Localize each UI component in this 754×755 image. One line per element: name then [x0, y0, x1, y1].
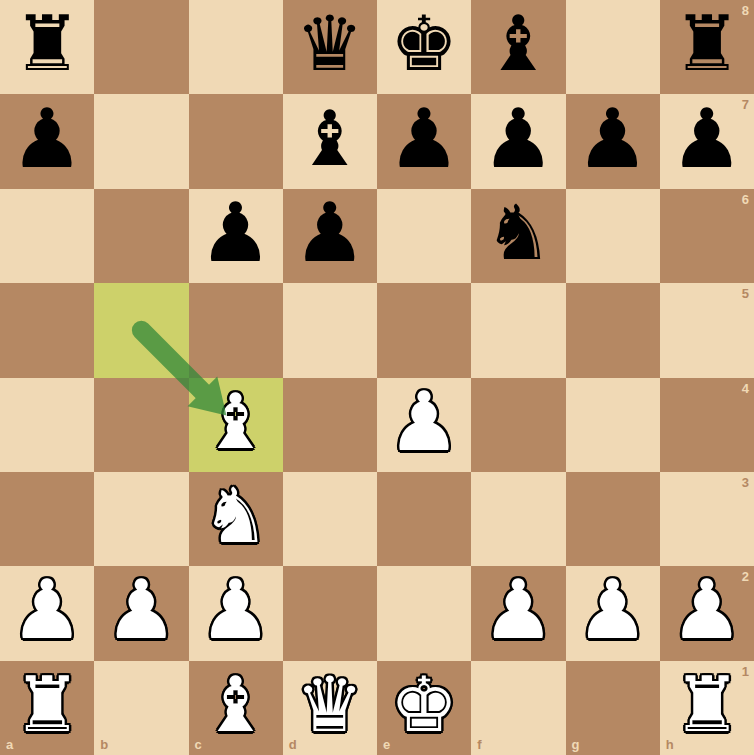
file-label-d: d: [289, 738, 297, 751]
piece-white-knight[interactable]: ♞: [202, 478, 270, 554]
square-d6[interactable]: ♟: [283, 189, 377, 283]
square-a6[interactable]: [0, 189, 94, 283]
square-g3[interactable]: [566, 472, 660, 566]
rank-label-6: 6: [742, 193, 749, 206]
square-c2[interactable]: ♟: [189, 566, 283, 660]
square-c5[interactable]: [189, 283, 283, 377]
square-e6[interactable]: [377, 189, 471, 283]
square-e2[interactable]: [377, 566, 471, 660]
piece-white-pawn[interactable]: ♟: [576, 569, 650, 651]
last-move-highlight-b5: [94, 283, 188, 377]
square-b2[interactable]: ♟: [94, 566, 188, 660]
square-a4[interactable]: [0, 378, 94, 472]
square-d3[interactable]: [283, 472, 377, 566]
piece-black-queen[interactable]: ♛: [296, 6, 364, 82]
piece-white-bishop[interactable]: ♝: [202, 384, 270, 460]
piece-white-pawn[interactable]: ♟: [670, 569, 744, 651]
piece-white-pawn[interactable]: ♟: [10, 569, 84, 651]
square-c8[interactable]: [189, 0, 283, 94]
square-e3[interactable]: [377, 472, 471, 566]
square-f7[interactable]: ♟: [471, 94, 565, 188]
piece-white-rook[interactable]: ♜: [673, 667, 741, 743]
square-b3[interactable]: [94, 472, 188, 566]
square-a7[interactable]: ♟: [0, 94, 94, 188]
piece-white-pawn[interactable]: ♟: [482, 569, 556, 651]
square-c1[interactable]: ♝c: [189, 661, 283, 755]
piece-black-rook[interactable]: ♜: [673, 6, 741, 82]
square-a3[interactable]: [0, 472, 94, 566]
piece-white-queen[interactable]: ♛: [296, 667, 364, 743]
piece-black-bishop[interactable]: ♝: [484, 6, 552, 82]
square-b6[interactable]: [94, 189, 188, 283]
file-label-g: g: [572, 738, 580, 751]
file-label-b: b: [100, 738, 108, 751]
rank-label-4: 4: [742, 382, 749, 395]
square-f5[interactable]: [471, 283, 565, 377]
piece-white-rook[interactable]: ♜: [13, 667, 81, 743]
square-a1[interactable]: ♜a: [0, 661, 94, 755]
square-h4[interactable]: 4: [660, 378, 754, 472]
square-b5[interactable]: [94, 283, 188, 377]
square-d2[interactable]: [283, 566, 377, 660]
piece-black-knight[interactable]: ♞: [484, 195, 552, 271]
piece-black-bishop[interactable]: ♝: [296, 101, 364, 177]
square-a5[interactable]: [0, 283, 94, 377]
rank-label-1: 1: [742, 665, 749, 678]
square-e7[interactable]: ♟: [377, 94, 471, 188]
square-g4[interactable]: [566, 378, 660, 472]
square-g8[interactable]: [566, 0, 660, 94]
square-b4[interactable]: [94, 378, 188, 472]
square-b1[interactable]: b: [94, 661, 188, 755]
square-h8[interactable]: ♜8: [660, 0, 754, 94]
square-c3[interactable]: ♞: [189, 472, 283, 566]
piece-black-pawn[interactable]: ♟: [670, 98, 744, 180]
square-g2[interactable]: ♟: [566, 566, 660, 660]
square-d5[interactable]: [283, 283, 377, 377]
square-f3[interactable]: [471, 472, 565, 566]
square-b7[interactable]: [94, 94, 188, 188]
file-label-c: c: [195, 738, 202, 751]
piece-black-pawn[interactable]: ♟: [199, 192, 273, 274]
chess-board: ♜♛♚♝♜8♟♝♟♟♟♟7♟♟♞65♝♟4♞3♟♟♟♟♟♟2♜ab♝c♛d♚ef…: [0, 0, 754, 755]
square-h5[interactable]: 5: [660, 283, 754, 377]
square-d1[interactable]: ♛d: [283, 661, 377, 755]
square-d8[interactable]: ♛: [283, 0, 377, 94]
square-c4[interactable]: ♝: [189, 378, 283, 472]
square-f6[interactable]: ♞: [471, 189, 565, 283]
square-c7[interactable]: [189, 94, 283, 188]
square-g7[interactable]: ♟: [566, 94, 660, 188]
square-e1[interactable]: ♚e: [377, 661, 471, 755]
square-h7[interactable]: ♟7: [660, 94, 754, 188]
square-h2[interactable]: ♟2: [660, 566, 754, 660]
piece-black-pawn[interactable]: ♟: [576, 98, 650, 180]
square-f8[interactable]: ♝: [471, 0, 565, 94]
square-f1[interactable]: f: [471, 661, 565, 755]
file-label-a: a: [6, 738, 13, 751]
square-e4[interactable]: ♟: [377, 378, 471, 472]
rank-label-3: 3: [742, 476, 749, 489]
piece-white-pawn[interactable]: ♟: [199, 569, 273, 651]
square-a2[interactable]: ♟: [0, 566, 94, 660]
rank-label-5: 5: [742, 287, 749, 300]
square-e8[interactable]: ♚: [377, 0, 471, 94]
piece-black-pawn[interactable]: ♟: [482, 98, 556, 180]
square-g5[interactable]: [566, 283, 660, 377]
piece-white-king[interactable]: ♚: [390, 667, 458, 743]
file-label-f: f: [477, 738, 481, 751]
piece-black-rook[interactable]: ♜: [13, 6, 81, 82]
piece-black-pawn[interactable]: ♟: [293, 192, 367, 274]
rank-label-2: 2: [742, 570, 749, 583]
square-f2[interactable]: ♟: [471, 566, 565, 660]
square-d4[interactable]: [283, 378, 377, 472]
piece-black-pawn[interactable]: ♟: [387, 98, 461, 180]
square-b8[interactable]: [94, 0, 188, 94]
piece-white-pawn[interactable]: ♟: [387, 381, 461, 463]
square-h6[interactable]: 6: [660, 189, 754, 283]
square-h3[interactable]: 3: [660, 472, 754, 566]
rank-label-8: 8: [742, 4, 749, 17]
rank-label-7: 7: [742, 98, 749, 111]
piece-white-bishop[interactable]: ♝: [202, 667, 270, 743]
piece-black-king[interactable]: ♚: [390, 6, 458, 82]
square-d7[interactable]: ♝: [283, 94, 377, 188]
square-e5[interactable]: [377, 283, 471, 377]
piece-black-pawn[interactable]: ♟: [10, 98, 84, 180]
square-g6[interactable]: [566, 189, 660, 283]
square-g1[interactable]: g: [566, 661, 660, 755]
file-label-h: h: [666, 738, 674, 751]
piece-white-pawn[interactable]: ♟: [105, 569, 179, 651]
square-c6[interactable]: ♟: [189, 189, 283, 283]
square-a8[interactable]: ♜: [0, 0, 94, 94]
square-f4[interactable]: [471, 378, 565, 472]
square-h1[interactable]: ♜1h: [660, 661, 754, 755]
file-label-e: e: [383, 738, 390, 751]
